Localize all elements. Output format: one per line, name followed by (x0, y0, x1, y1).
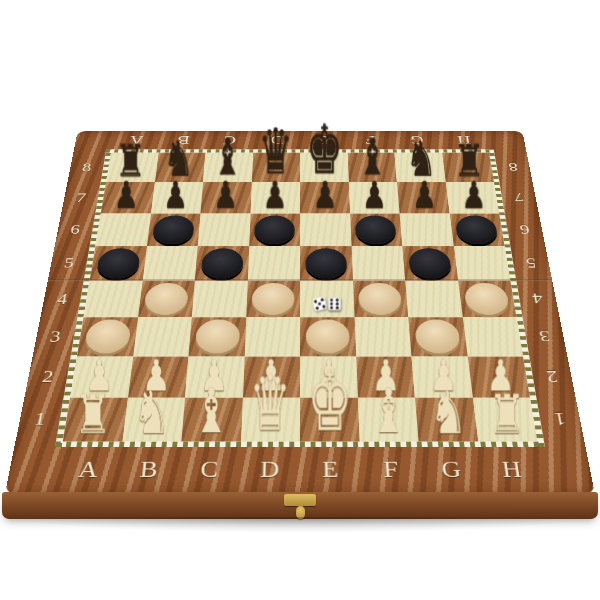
chess-board: ABCDEFGH 87654321 87654321 ♜♞♝♛♚♝♞♜♟♟♟♟♟… (5, 131, 595, 494)
square-g5[interactable] (402, 246, 457, 281)
rank-label-left-2: 2 (28, 356, 67, 397)
square-g4[interactable] (405, 281, 462, 318)
square-d4[interactable] (246, 281, 300, 318)
square-d6[interactable] (249, 213, 300, 246)
file-label-top-g: G (393, 133, 441, 148)
piece-light-queen-d1[interactable]: ♛ (250, 369, 291, 440)
square-e7[interactable]: ♟ (300, 182, 350, 213)
square-g6[interactable] (400, 213, 454, 246)
square-h5[interactable] (453, 246, 510, 281)
square-c6[interactable] (198, 213, 251, 246)
checker-wood-g3[interactable] (414, 320, 461, 354)
checker-black-a5[interactable] (95, 248, 141, 278)
checker-black-b6[interactable] (152, 215, 195, 244)
checker-black-h6[interactable] (455, 215, 499, 244)
square-b4[interactable] (138, 281, 195, 318)
square-b1[interactable]: ♞ (122, 397, 185, 441)
square-e4[interactable] (300, 281, 354, 318)
piece-dark-pawn-a7[interactable]: ♟ (114, 178, 139, 212)
piece-light-bishop-c1[interactable]: ♝ (193, 383, 229, 440)
file-label-bottom-c: C (178, 451, 241, 488)
piece-light-knight-b1[interactable]: ♞ (133, 385, 170, 440)
piece-dark-pawn-g7[interactable]: ♟ (412, 178, 437, 212)
piece-light-rook-h1[interactable]: ♜ (488, 390, 526, 440)
square-h1[interactable]: ♜ (472, 397, 537, 441)
die-2-showing-6[interactable] (328, 298, 341, 311)
square-h7[interactable]: ♟ (445, 182, 499, 213)
file-label-top-b: B (159, 133, 207, 148)
file-labels-bottom: ABCDEFGH (55, 451, 545, 488)
rank-label-left-7: 7 (64, 182, 97, 213)
file-label-bottom-h: H (479, 451, 545, 488)
file-label-bottom-e: E (300, 451, 361, 488)
square-e6[interactable] (300, 213, 351, 246)
file-label-bottom-f: F (360, 451, 423, 488)
square-b6[interactable] (147, 213, 201, 246)
piece-dark-pawn-h7[interactable]: ♟ (462, 178, 487, 212)
floor-shadow (12, 517, 588, 533)
square-a1[interactable]: ♜ (63, 397, 128, 441)
file-label-bottom-g: G (419, 451, 483, 488)
square-g7[interactable]: ♟ (397, 182, 449, 213)
rank-label-right-2: 2 (533, 356, 572, 397)
brass-clasp (284, 494, 316, 506)
square-d1[interactable]: ♛ (241, 397, 300, 441)
checker-wood-d4[interactable] (251, 283, 294, 315)
square-c7[interactable]: ♟ (200, 182, 251, 213)
piece-light-rook-a1[interactable]: ♜ (74, 390, 112, 440)
rank-label-right-1: 1 (540, 397, 580, 441)
checker-wood-b4[interactable] (143, 283, 189, 315)
checker-wood-f4[interactable] (358, 283, 403, 315)
file-label-bottom-b: B (116, 451, 180, 488)
rank-label-left-6: 6 (58, 213, 92, 246)
rank-label-right-6: 6 (508, 213, 542, 246)
checker-black-d6[interactable] (254, 215, 295, 244)
piece-dark-pawn-d7[interactable]: ♟ (263, 178, 288, 212)
dice-pair (313, 298, 341, 311)
square-c4[interactable] (192, 281, 248, 318)
checker-wood-a3[interactable] (83, 320, 132, 354)
square-d5[interactable] (247, 246, 300, 281)
square-e5[interactable] (300, 246, 353, 281)
piece-light-knight-g1[interactable]: ♞ (429, 385, 466, 440)
square-a5[interactable] (90, 246, 147, 281)
square-b5[interactable] (142, 246, 197, 281)
square-h6[interactable] (449, 213, 504, 246)
file-label-top-f: F (346, 133, 394, 148)
square-a7[interactable]: ♟ (101, 182, 155, 213)
piece-dark-king-e8[interactable]: ♚ (306, 119, 342, 181)
checker-black-g5[interactable] (408, 248, 452, 278)
checker-wood-e3[interactable] (306, 320, 350, 354)
piece-dark-pawn-b7[interactable]: ♟ (163, 178, 188, 212)
rank-label-left-4: 4 (44, 281, 80, 318)
dashed-border: ♜♞♝♛♚♝♞♜♟♟♟♟♟♟♟♟♟♟♟♟♟♟♟♟♜♞♝♛♚♝♞♜ (55, 149, 545, 447)
square-f5[interactable] (351, 246, 405, 281)
file-label-top-d: D (253, 133, 300, 148)
piece-light-king-e1[interactable]: ♚ (307, 364, 352, 440)
square-a4[interactable] (84, 281, 143, 318)
checker-wood-c3[interactable] (194, 320, 240, 354)
rank-label-left-1: 1 (19, 397, 59, 441)
square-f1[interactable]: ♝ (357, 397, 418, 441)
file-labels-top: ABCDEFGH (112, 133, 488, 148)
rank-label-right-4: 4 (520, 281, 556, 318)
checker-black-e5[interactable] (305, 248, 347, 278)
product-photo-scene: ABCDEFGH 87654321 87654321 ♜♞♝♛♚♝♞♜♟♟♟♟♟… (0, 0, 600, 600)
checker-black-c5[interactable] (200, 248, 243, 278)
piece-dark-pawn-f7[interactable]: ♟ (362, 178, 387, 212)
square-f6[interactable] (350, 213, 403, 246)
square-c1[interactable]: ♝ (181, 397, 242, 441)
rank-label-left-5: 5 (51, 246, 86, 281)
dashed-border-bottom (55, 441, 545, 447)
board-grid: ♜♞♝♛♚♝♞♜♟♟♟♟♟♟♟♟♟♟♟♟♟♟♟♟♜♞♝♛♚♝♞♜ (63, 153, 537, 442)
file-label-bottom-a: A (55, 451, 121, 488)
file-label-top-h: H (439, 133, 488, 148)
square-f4[interactable] (353, 281, 409, 318)
square-g1[interactable]: ♞ (415, 397, 478, 441)
file-label-bottom-d: D (239, 451, 300, 488)
checker-wood-h4[interactable] (463, 283, 510, 315)
square-f7[interactable]: ♟ (348, 182, 399, 213)
rank-label-right-3: 3 (526, 317, 564, 356)
file-label-top-a: A (112, 133, 161, 148)
square-d7[interactable]: ♟ (250, 182, 300, 213)
square-e1[interactable]: ♚ (300, 397, 359, 441)
file-label-top-e: E (300, 133, 347, 148)
rank-label-left-3: 3 (36, 317, 74, 356)
die-1-showing-5[interactable] (312, 296, 328, 312)
piece-dark-pawn-c7[interactable]: ♟ (213, 178, 238, 212)
square-b7[interactable]: ♟ (151, 182, 203, 213)
rank-label-right-8: 8 (497, 153, 529, 182)
square-a6[interactable] (95, 213, 150, 246)
rank-label-right-5: 5 (514, 246, 549, 281)
square-c5[interactable] (195, 246, 249, 281)
square-h4[interactable] (458, 281, 517, 318)
rank-label-left-8: 8 (71, 153, 103, 182)
file-label-top-c: C (206, 133, 254, 148)
piece-dark-pawn-e7[interactable]: ♟ (313, 178, 338, 212)
checker-black-f6[interactable] (355, 215, 397, 244)
rank-label-right-7: 7 (503, 182, 536, 213)
piece-light-bishop-f1[interactable]: ♝ (371, 383, 407, 440)
